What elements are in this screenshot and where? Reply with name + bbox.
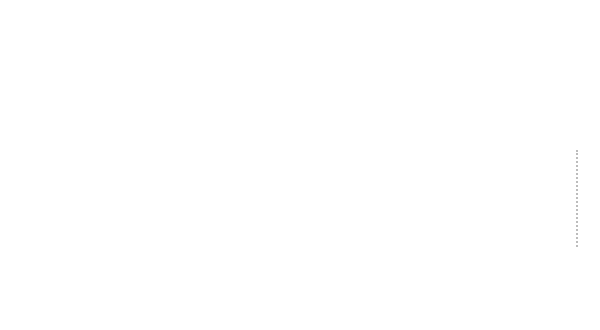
product-photo-stage [0, 0, 600, 330]
page-margin [576, 0, 600, 330]
dotted-edge-artifact [576, 150, 578, 247]
chess-board-photo [0, 0, 576, 330]
chess-board [0, 0, 576, 330]
